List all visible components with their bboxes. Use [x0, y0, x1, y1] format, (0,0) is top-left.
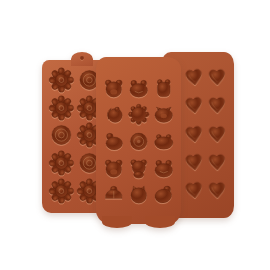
cavity-rose — [47, 122, 76, 150]
squirrel-cavity-icon — [102, 102, 126, 127]
cavity-mouse — [101, 128, 126, 155]
hippo-cavity-icon — [152, 129, 176, 154]
cat-cavity-icon — [127, 182, 151, 207]
heart-cavity-icon — [206, 120, 229, 148]
animals-cavity-grid — [96, 57, 181, 224]
cavity-heart — [206, 63, 230, 91]
cavity-giraffe — [151, 75, 176, 102]
cavity-daisy — [47, 149, 76, 177]
cavity-daisy — [47, 177, 76, 205]
frog-cavity-icon — [152, 156, 176, 181]
rose-cavity-icon — [48, 122, 75, 148]
heart-cavity-icon — [181, 119, 206, 148]
daisy-cavity-icon — [48, 67, 75, 93]
cavity-heart — [206, 177, 230, 205]
cavity-hippo — [151, 128, 176, 155]
pig-cavity-icon — [152, 102, 176, 127]
cavity-lion — [126, 102, 151, 129]
cavity-squirrel — [101, 102, 126, 129]
cavity-duck — [151, 181, 176, 208]
heart-cavity-icon — [181, 176, 206, 205]
cavity-bear — [101, 155, 126, 182]
lion-cavity-icon — [127, 102, 151, 127]
heart-cavity-icon — [206, 63, 229, 91]
cavity-pig — [151, 102, 176, 129]
frog-cavity-icon — [127, 76, 151, 101]
heart-cavity-icon — [206, 148, 229, 176]
cavity-teddy — [126, 155, 151, 182]
daisy-cavity-icon — [48, 95, 75, 121]
mold-animals — [96, 57, 181, 224]
heart-cavity-icon — [181, 63, 206, 92]
mouse-cavity-icon — [102, 129, 126, 154]
daisy-cavity-icon — [48, 150, 75, 176]
cavity-heart — [206, 148, 230, 176]
cavity-heart — [206, 120, 230, 148]
cavity-frog — [151, 155, 176, 182]
cavity-daisy — [47, 66, 76, 94]
cavity-heart — [182, 148, 206, 176]
bear-cavity-icon — [102, 76, 126, 101]
teddy-cavity-icon — [127, 156, 151, 181]
heart-cavity-icon — [181, 148, 206, 177]
ladybug-cavity-icon — [102, 182, 126, 207]
daisy-cavity-icon — [48, 178, 75, 204]
cavity-heart — [182, 120, 206, 148]
heart-cavity-icon — [206, 177, 229, 205]
giraffe-cavity-icon — [152, 76, 176, 101]
cavity-daisy — [47, 94, 76, 122]
heart-cavity-icon — [181, 91, 206, 120]
heart-cavity-icon — [206, 92, 229, 120]
bear-cavity-icon — [102, 156, 126, 181]
duck-cavity-icon — [152, 182, 176, 207]
snail-cavity-icon — [127, 129, 151, 154]
cavity-heart — [182, 91, 206, 119]
product-photo-stage — [0, 0, 270, 270]
cavity-heart — [182, 177, 206, 205]
cavity-heart — [182, 63, 206, 91]
cavity-frog — [126, 75, 151, 102]
cavity-cat — [126, 181, 151, 208]
cavity-heart — [206, 91, 230, 119]
cavity-ladybug — [101, 181, 126, 208]
cavity-bear — [101, 75, 126, 102]
cavity-snail — [126, 128, 151, 155]
